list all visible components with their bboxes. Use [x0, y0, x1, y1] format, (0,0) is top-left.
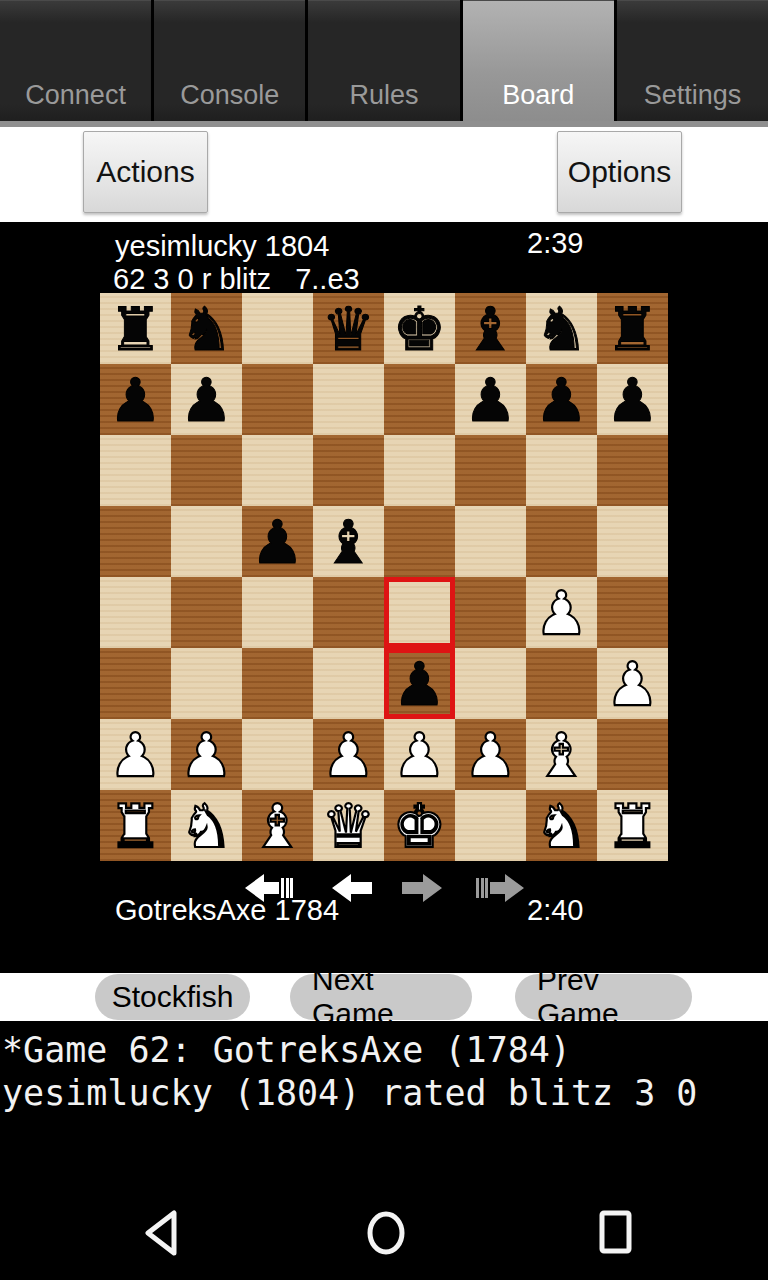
- square-g1[interactable]: ♞: [526, 790, 597, 861]
- jump-to-end-button[interactable]: [476, 873, 524, 903]
- square-c6[interactable]: [242, 435, 313, 506]
- piece-black-bishop: ♝: [464, 299, 518, 359]
- opponent-name-rating: yesimlucky 1804: [115, 230, 329, 263]
- player-name-rating: GotreksAxe 1784: [115, 894, 339, 927]
- square-g3[interactable]: [526, 648, 597, 719]
- square-e7[interactable]: [384, 364, 455, 435]
- piece-white-knight: ♞: [535, 796, 589, 856]
- square-a4[interactable]: [100, 577, 171, 648]
- piece-white-pawn: ♟: [535, 583, 589, 643]
- piece-black-pawn: ♟: [109, 370, 163, 430]
- square-d3[interactable]: [313, 648, 384, 719]
- tab-console[interactable]: Console: [154, 0, 305, 121]
- square-b2[interactable]: ♟: [171, 719, 242, 790]
- square-g5[interactable]: [526, 506, 597, 577]
- piece-black-rook: ♜: [606, 299, 660, 359]
- square-f8[interactable]: ♝: [455, 293, 526, 364]
- piece-black-queen: ♛: [322, 299, 376, 359]
- square-f4[interactable]: [455, 577, 526, 648]
- piece-black-pawn: ♟: [535, 370, 589, 430]
- android-recents-icon[interactable]: [598, 1210, 634, 1254]
- square-e1[interactable]: ♚: [384, 790, 455, 861]
- tab-settings[interactable]: Settings: [617, 0, 768, 121]
- piece-white-pawn: ♟: [464, 725, 518, 785]
- square-h5[interactable]: [597, 506, 668, 577]
- square-b5[interactable]: [171, 506, 242, 577]
- square-c1[interactable]: ♝: [242, 790, 313, 861]
- android-back-icon[interactable]: [144, 1210, 180, 1256]
- piece-black-bishop: ♝: [322, 512, 376, 572]
- square-d5[interactable]: ♝: [313, 506, 384, 577]
- square-e6[interactable]: [384, 435, 455, 506]
- game-panel: yesimlucky 1804 2:39 62 3 0 r blitz 7..e…: [0, 222, 768, 973]
- square-e3[interactable]: ♟: [384, 648, 455, 719]
- piece-black-king: ♚: [393, 299, 447, 359]
- square-e2[interactable]: ♟: [384, 719, 455, 790]
- piece-white-rook: ♜: [109, 796, 163, 856]
- square-c4[interactable]: [242, 577, 313, 648]
- square-h6[interactable]: [597, 435, 668, 506]
- square-d1[interactable]: ♛: [313, 790, 384, 861]
- square-g6[interactable]: [526, 435, 597, 506]
- square-g8[interactable]: ♞: [526, 293, 597, 364]
- square-d4[interactable]: [313, 577, 384, 648]
- square-g2[interactable]: ♝: [526, 719, 597, 790]
- game-info-line: 62 3 0 r blitz 7..e3: [113, 263, 360, 296]
- square-b8[interactable]: ♞: [171, 293, 242, 364]
- stockfish-button[interactable]: Stockfish: [95, 974, 250, 1020]
- step-forward-button[interactable]: [394, 873, 442, 903]
- square-e5[interactable]: [384, 506, 455, 577]
- square-g4[interactable]: ♟: [526, 577, 597, 648]
- square-a1[interactable]: ♜: [100, 790, 171, 861]
- piece-white-knight: ♞: [180, 796, 234, 856]
- android-navbar: [0, 1160, 768, 1280]
- square-a2[interactable]: ♟: [100, 719, 171, 790]
- square-a5[interactable]: [100, 506, 171, 577]
- square-c2[interactable]: [242, 719, 313, 790]
- android-home-icon[interactable]: [366, 1210, 406, 1256]
- square-a8[interactable]: ♜: [100, 293, 171, 364]
- next-game-button[interactable]: Next Game: [290, 974, 472, 1020]
- piece-black-knight: ♞: [535, 299, 589, 359]
- square-f7[interactable]: ♟: [455, 364, 526, 435]
- square-e8[interactable]: ♚: [384, 293, 455, 364]
- piece-black-pawn: ♟: [251, 512, 305, 572]
- square-h3[interactable]: ♟: [597, 648, 668, 719]
- square-f5[interactable]: [455, 506, 526, 577]
- piece-white-bishop: ♝: [535, 725, 589, 785]
- square-b6[interactable]: [171, 435, 242, 506]
- square-h2[interactable]: [597, 719, 668, 790]
- piece-white-pawn: ♟: [322, 725, 376, 785]
- square-b1[interactable]: ♞: [171, 790, 242, 861]
- square-b7[interactable]: ♟: [171, 364, 242, 435]
- piece-black-pawn: ♟: [606, 370, 660, 430]
- square-h8[interactable]: ♜: [597, 293, 668, 364]
- console-line: yesimlucky (1804) rated blitz 3 0: [2, 1073, 697, 1113]
- square-f1[interactable]: [455, 790, 526, 861]
- square-b3[interactable]: [171, 648, 242, 719]
- square-b4[interactable]: [171, 577, 242, 648]
- square-f6[interactable]: [455, 435, 526, 506]
- square-c3[interactable]: [242, 648, 313, 719]
- tab-connect[interactable]: Connect: [0, 0, 151, 121]
- square-f2[interactable]: ♟: [455, 719, 526, 790]
- piece-white-queen: ♛: [322, 796, 376, 856]
- square-a6[interactable]: [100, 435, 171, 506]
- piece-black-knight: ♞: [180, 299, 234, 359]
- square-e4[interactable]: [384, 577, 455, 648]
- options-button[interactable]: Options: [557, 131, 682, 213]
- pill-button-bar: Stockfish Next Game Prev Game: [0, 973, 768, 1021]
- square-c5[interactable]: ♟: [242, 506, 313, 577]
- piece-white-pawn: ♟: [180, 725, 234, 785]
- square-h7[interactable]: ♟: [597, 364, 668, 435]
- square-d6[interactable]: [313, 435, 384, 506]
- prev-game-button[interactable]: Prev Game: [515, 974, 692, 1020]
- square-c8[interactable]: [242, 293, 313, 364]
- piece-black-pawn: ♟: [393, 654, 447, 714]
- square-a3[interactable]: [100, 648, 171, 719]
- square-d8[interactable]: ♛: [313, 293, 384, 364]
- square-g7[interactable]: ♟: [526, 364, 597, 435]
- square-f3[interactable]: [455, 648, 526, 719]
- tab-bar: Connect Console Rules Board Settings: [0, 0, 768, 121]
- square-c7[interactable]: [242, 364, 313, 435]
- square-h4[interactable]: [597, 577, 668, 648]
- square-d2[interactable]: ♟: [313, 719, 384, 790]
- actions-button[interactable]: Actions: [83, 131, 208, 213]
- tab-rules[interactable]: Rules: [308, 0, 459, 121]
- tab-board[interactable]: Board: [463, 0, 614, 121]
- square-h1[interactable]: ♜: [597, 790, 668, 861]
- piece-black-pawn: ♟: [464, 370, 518, 430]
- opponent-clock: 2:39: [527, 227, 583, 260]
- console-line: *Game 62: GotreksAxe (1784): [2, 1030, 571, 1070]
- chess-board[interactable]: ♜♞♛♚♝♞♜♟♟♟♟♟♟♝♟♟♟♟♟♟♟♟♝♜♞♝♛♚♞♜: [100, 293, 668, 861]
- piece-white-pawn: ♟: [606, 654, 660, 714]
- piece-black-pawn: ♟: [180, 370, 234, 430]
- square-a7[interactable]: ♟: [100, 364, 171, 435]
- piece-white-bishop: ♝: [251, 796, 305, 856]
- piece-white-rook: ♜: [606, 796, 660, 856]
- action-bar: Actions Options: [0, 127, 768, 222]
- piece-white-pawn: ♟: [109, 725, 163, 785]
- player-clock: 2:40: [527, 894, 583, 927]
- square-d7[interactable]: [313, 364, 384, 435]
- piece-white-king: ♚: [393, 796, 447, 856]
- piece-white-pawn: ♟: [393, 725, 447, 785]
- step-back-button[interactable]: [332, 873, 380, 903]
- piece-black-rook: ♜: [109, 299, 163, 359]
- console-output: *Game 62: GotreksAxe (1784) yesimlucky (…: [0, 1021, 768, 1160]
